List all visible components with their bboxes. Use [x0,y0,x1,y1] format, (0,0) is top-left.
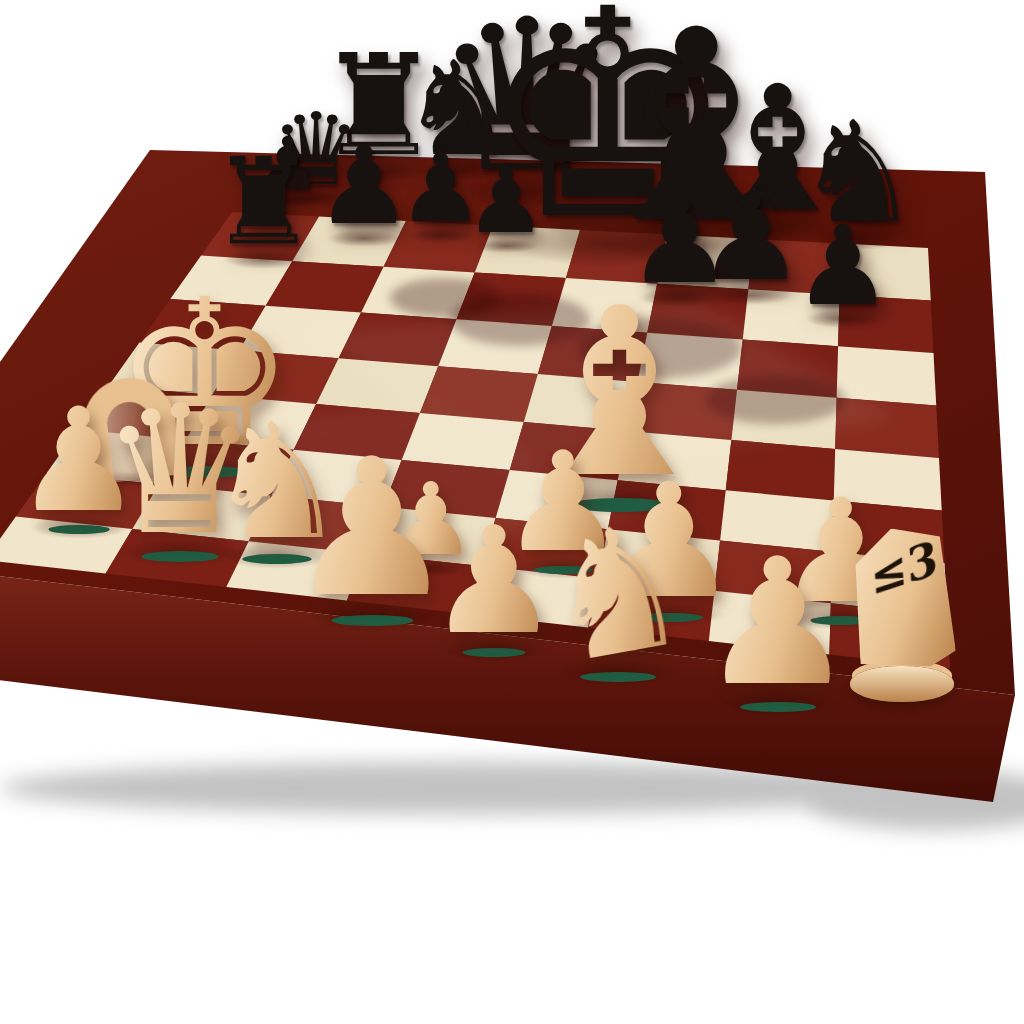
white-pawn-g1[interactable]: ♟ [699,535,857,710]
black-pawn-glyph: ♟ [794,211,893,321]
chess-photo-scene: ♛♜♞♛♚♝♝♞♜♟♟♟♟♟♟♟♟♚♛♞♟♟♟♟♝♟♞♟♟≤3 [0,0,1024,1024]
black-rook-small[interactable]: ♜ [210,142,318,262]
tablet-marking-text: ≤3 [858,532,942,605]
tablet-piece-base [850,666,954,702]
black-rook-glyph: ♜ [210,142,318,262]
white-knight-blade[interactable]: ♞ [539,505,697,680]
black-pawn-c7[interactable]: ♟ [316,132,413,240]
black-pawn-h7[interactable]: ♟ [794,211,893,321]
tablet-piece-shape: ≤3 [847,525,957,672]
black-pawn-glyph: ♟ [316,132,413,240]
white-pawn-glyph: ♟ [699,535,857,710]
white-knight-glyph: ♞ [541,493,695,693]
piece-reflection [390,278,500,318]
